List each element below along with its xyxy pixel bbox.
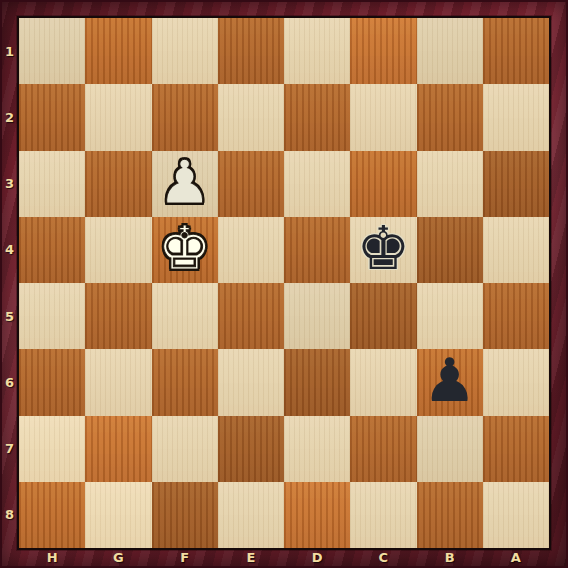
square-c1[interactable] (350, 18, 416, 84)
square-e8[interactable] (218, 482, 284, 548)
square-f3[interactable]: ♟ (152, 151, 218, 217)
square-b8[interactable] (417, 482, 483, 548)
rank-label-7: 7 (0, 416, 19, 482)
square-g1[interactable] (85, 18, 151, 84)
square-d5[interactable] (284, 283, 350, 349)
white-king[interactable]: ♚ (158, 218, 212, 278)
square-f6[interactable] (152, 349, 218, 415)
file-label-b: B (417, 547, 483, 568)
square-e7[interactable] (218, 416, 284, 482)
square-e6[interactable] (218, 349, 284, 415)
file-label-f: F (152, 547, 218, 568)
square-b3[interactable] (417, 151, 483, 217)
square-e5[interactable] (218, 283, 284, 349)
black-pawn[interactable]: ♟ (423, 350, 477, 410)
square-f8[interactable] (152, 482, 218, 548)
square-d4[interactable] (284, 217, 350, 283)
square-b7[interactable] (417, 416, 483, 482)
square-b2[interactable] (417, 84, 483, 150)
square-a3[interactable] (483, 151, 549, 217)
file-label-g: G (85, 547, 151, 568)
rank-label-5: 5 (0, 283, 19, 349)
square-f2[interactable] (152, 84, 218, 150)
square-g5[interactable] (85, 283, 151, 349)
square-a7[interactable] (483, 416, 549, 482)
square-c6[interactable] (350, 349, 416, 415)
rank-label-2: 2 (0, 84, 19, 150)
square-c5[interactable] (350, 283, 416, 349)
square-c7[interactable] (350, 416, 416, 482)
square-h3[interactable] (19, 151, 85, 217)
square-h7[interactable] (19, 416, 85, 482)
square-e3[interactable] (218, 151, 284, 217)
black-king[interactable]: ♚ (356, 218, 410, 278)
square-c3[interactable] (350, 151, 416, 217)
square-g2[interactable] (85, 84, 151, 150)
file-label-e: E (218, 547, 284, 568)
square-a4[interactable] (483, 217, 549, 283)
square-e2[interactable] (218, 84, 284, 150)
square-b6[interactable]: ♟ (417, 349, 483, 415)
rank-label-6: 6 (0, 349, 19, 415)
square-a6[interactable] (483, 349, 549, 415)
square-b1[interactable] (417, 18, 483, 84)
rank-label-1: 1 (0, 18, 19, 84)
square-a8[interactable] (483, 482, 549, 548)
file-label-h: H (19, 547, 85, 568)
square-g3[interactable] (85, 151, 151, 217)
square-h4[interactable] (19, 217, 85, 283)
chess-board-frame: ♟♚♚♟ 12345678HGFEDCBA (0, 0, 568, 568)
square-h8[interactable] (19, 482, 85, 548)
square-c8[interactable] (350, 482, 416, 548)
square-f7[interactable] (152, 416, 218, 482)
square-e4[interactable] (218, 217, 284, 283)
square-h5[interactable] (19, 283, 85, 349)
square-b4[interactable] (417, 217, 483, 283)
square-c4[interactable]: ♚ (350, 217, 416, 283)
file-label-c: C (350, 547, 416, 568)
rank-label-3: 3 (0, 151, 19, 217)
square-b5[interactable] (417, 283, 483, 349)
square-d8[interactable] (284, 482, 350, 548)
square-f4[interactable]: ♚ (152, 217, 218, 283)
rank-label-8: 8 (0, 482, 19, 548)
square-g7[interactable] (85, 416, 151, 482)
square-a2[interactable] (483, 84, 549, 150)
square-a5[interactable] (483, 283, 549, 349)
square-h1[interactable] (19, 18, 85, 84)
square-d2[interactable] (284, 84, 350, 150)
file-label-d: D (284, 547, 350, 568)
rank-label-4: 4 (0, 217, 19, 283)
square-d1[interactable] (284, 18, 350, 84)
square-f5[interactable] (152, 283, 218, 349)
square-g8[interactable] (85, 482, 151, 548)
square-a1[interactable] (483, 18, 549, 84)
square-e1[interactable] (218, 18, 284, 84)
square-d3[interactable] (284, 151, 350, 217)
file-label-a: A (483, 547, 549, 568)
square-g6[interactable] (85, 349, 151, 415)
square-g4[interactable] (85, 217, 151, 283)
square-h6[interactable] (19, 349, 85, 415)
square-h2[interactable] (19, 84, 85, 150)
square-d6[interactable] (284, 349, 350, 415)
square-c2[interactable] (350, 84, 416, 150)
chess-board: ♟♚♚♟ (19, 18, 549, 548)
white-pawn[interactable]: ♟ (158, 152, 212, 212)
square-f1[interactable] (152, 18, 218, 84)
square-d7[interactable] (284, 416, 350, 482)
